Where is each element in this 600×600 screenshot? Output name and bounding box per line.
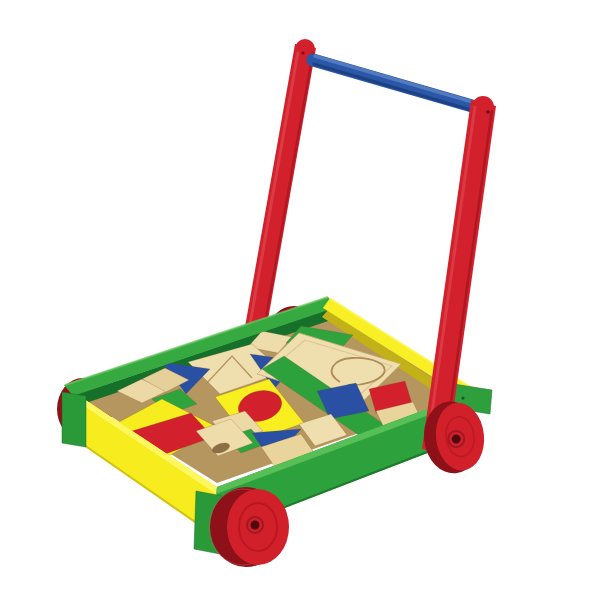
- product-photo: [0, 0, 600, 600]
- wheel-hub: [251, 521, 260, 530]
- post-screw-dot: [486, 110, 490, 114]
- post-screw-dot: [301, 51, 304, 54]
- post-screw-dot: [462, 397, 465, 400]
- wheel-front: [209, 487, 289, 567]
- corner-post-west: [62, 392, 86, 447]
- baby-walker-toy-illustration: [0, 0, 600, 600]
